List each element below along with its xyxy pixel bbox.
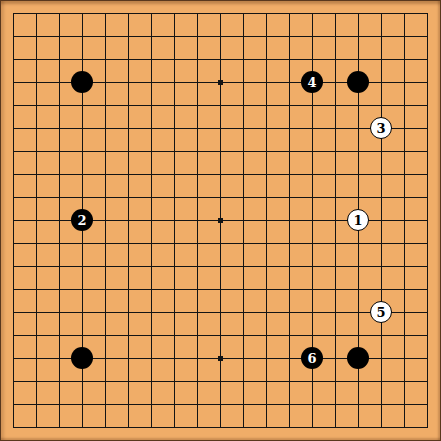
intersection bbox=[370, 278, 393, 301]
intersection bbox=[370, 71, 393, 94]
intersection bbox=[347, 301, 370, 324]
intersection bbox=[186, 71, 209, 94]
intersection: 1 bbox=[347, 209, 370, 232]
intersection bbox=[140, 209, 163, 232]
intersection bbox=[2, 48, 25, 71]
intersection bbox=[393, 94, 416, 117]
intersection bbox=[94, 278, 117, 301]
intersection bbox=[2, 2, 25, 25]
intersection bbox=[301, 117, 324, 140]
intersection bbox=[209, 324, 232, 347]
intersection bbox=[71, 48, 94, 71]
intersection bbox=[2, 25, 25, 48]
intersection bbox=[347, 232, 370, 255]
intersection bbox=[140, 163, 163, 186]
go-board: 432156 bbox=[0, 0, 441, 441]
intersection bbox=[255, 2, 278, 25]
intersection bbox=[186, 209, 209, 232]
intersection bbox=[209, 255, 232, 278]
intersection bbox=[301, 48, 324, 71]
intersection bbox=[163, 186, 186, 209]
intersection bbox=[232, 324, 255, 347]
intersection bbox=[186, 416, 209, 439]
intersection bbox=[278, 393, 301, 416]
intersection bbox=[117, 2, 140, 25]
intersection bbox=[140, 370, 163, 393]
intersection bbox=[117, 255, 140, 278]
intersection bbox=[117, 232, 140, 255]
intersection bbox=[71, 117, 94, 140]
intersection bbox=[163, 25, 186, 48]
intersection bbox=[163, 209, 186, 232]
intersection bbox=[140, 278, 163, 301]
intersection bbox=[94, 94, 117, 117]
intersection: 4 bbox=[301, 71, 324, 94]
intersection bbox=[209, 140, 232, 163]
intersection bbox=[25, 232, 48, 255]
intersection bbox=[117, 209, 140, 232]
intersection bbox=[255, 209, 278, 232]
intersection bbox=[301, 25, 324, 48]
intersection bbox=[255, 278, 278, 301]
intersection bbox=[25, 48, 48, 71]
intersection bbox=[2, 370, 25, 393]
intersection bbox=[163, 347, 186, 370]
intersection bbox=[2, 186, 25, 209]
intersection bbox=[48, 25, 71, 48]
intersection bbox=[416, 186, 439, 209]
intersection bbox=[232, 209, 255, 232]
intersection bbox=[48, 324, 71, 347]
intersection bbox=[25, 416, 48, 439]
intersection bbox=[25, 117, 48, 140]
intersection bbox=[232, 48, 255, 71]
intersection bbox=[347, 278, 370, 301]
intersection bbox=[48, 94, 71, 117]
intersection bbox=[416, 25, 439, 48]
intersection bbox=[347, 393, 370, 416]
intersection bbox=[209, 25, 232, 48]
intersection bbox=[232, 393, 255, 416]
intersection bbox=[140, 48, 163, 71]
intersection bbox=[71, 301, 94, 324]
intersection bbox=[71, 94, 94, 117]
intersection bbox=[324, 140, 347, 163]
intersection bbox=[94, 2, 117, 25]
intersection bbox=[71, 278, 94, 301]
intersection bbox=[48, 232, 71, 255]
intersection bbox=[416, 2, 439, 25]
intersection bbox=[71, 370, 94, 393]
intersection bbox=[2, 140, 25, 163]
intersection bbox=[416, 301, 439, 324]
move-number-label: 4 bbox=[307, 76, 316, 89]
intersection bbox=[209, 2, 232, 25]
intersection bbox=[255, 94, 278, 117]
intersection bbox=[209, 48, 232, 71]
intersection bbox=[140, 232, 163, 255]
intersection bbox=[71, 2, 94, 25]
intersection bbox=[186, 347, 209, 370]
intersection bbox=[278, 94, 301, 117]
intersection bbox=[209, 370, 232, 393]
intersection bbox=[48, 370, 71, 393]
intersection bbox=[163, 278, 186, 301]
intersection bbox=[278, 324, 301, 347]
intersection bbox=[2, 163, 25, 186]
intersection bbox=[278, 2, 301, 25]
intersection bbox=[209, 186, 232, 209]
intersection bbox=[163, 393, 186, 416]
intersection bbox=[94, 48, 117, 71]
intersection bbox=[416, 71, 439, 94]
intersection bbox=[209, 301, 232, 324]
intersection bbox=[117, 278, 140, 301]
intersection bbox=[370, 2, 393, 25]
intersection bbox=[370, 370, 393, 393]
intersection bbox=[25, 25, 48, 48]
intersection: 2 bbox=[71, 209, 94, 232]
intersection bbox=[232, 117, 255, 140]
intersection bbox=[324, 278, 347, 301]
intersection bbox=[393, 71, 416, 94]
intersection bbox=[94, 255, 117, 278]
intersection bbox=[25, 186, 48, 209]
intersection bbox=[416, 370, 439, 393]
intersection bbox=[393, 25, 416, 48]
intersection bbox=[232, 2, 255, 25]
intersection bbox=[278, 278, 301, 301]
intersection bbox=[255, 48, 278, 71]
intersection bbox=[117, 301, 140, 324]
intersection bbox=[71, 393, 94, 416]
intersection bbox=[186, 163, 209, 186]
intersection bbox=[48, 347, 71, 370]
intersection bbox=[393, 416, 416, 439]
intersection bbox=[2, 209, 25, 232]
intersection bbox=[186, 393, 209, 416]
intersection bbox=[324, 2, 347, 25]
intersection bbox=[416, 140, 439, 163]
intersection bbox=[94, 324, 117, 347]
intersection bbox=[370, 393, 393, 416]
intersection bbox=[416, 347, 439, 370]
intersection bbox=[48, 48, 71, 71]
intersection bbox=[301, 255, 324, 278]
intersection bbox=[2, 278, 25, 301]
intersection bbox=[370, 163, 393, 186]
intersection bbox=[232, 278, 255, 301]
intersection bbox=[301, 324, 324, 347]
intersection bbox=[232, 163, 255, 186]
intersection bbox=[324, 416, 347, 439]
intersection bbox=[255, 301, 278, 324]
intersection bbox=[209, 416, 232, 439]
intersection bbox=[416, 117, 439, 140]
intersection bbox=[117, 117, 140, 140]
move-number-label: 1 bbox=[353, 214, 362, 227]
intersection bbox=[278, 347, 301, 370]
intersection bbox=[232, 416, 255, 439]
intersection bbox=[209, 278, 232, 301]
intersection bbox=[71, 25, 94, 48]
intersection bbox=[255, 186, 278, 209]
intersection bbox=[117, 163, 140, 186]
intersection bbox=[255, 232, 278, 255]
intersection bbox=[255, 117, 278, 140]
intersection bbox=[2, 347, 25, 370]
intersection bbox=[163, 232, 186, 255]
intersection bbox=[94, 393, 117, 416]
intersection bbox=[278, 48, 301, 71]
intersection bbox=[393, 2, 416, 25]
intersection bbox=[71, 163, 94, 186]
intersection bbox=[393, 278, 416, 301]
intersection bbox=[163, 140, 186, 163]
intersection bbox=[416, 416, 439, 439]
intersection bbox=[370, 48, 393, 71]
intersection bbox=[25, 301, 48, 324]
intersection bbox=[324, 25, 347, 48]
intersection bbox=[71, 232, 94, 255]
intersection bbox=[2, 416, 25, 439]
intersection bbox=[324, 301, 347, 324]
intersection bbox=[163, 2, 186, 25]
intersection bbox=[117, 186, 140, 209]
intersection bbox=[370, 255, 393, 278]
intersection bbox=[71, 347, 94, 370]
intersection bbox=[186, 278, 209, 301]
intersection bbox=[71, 324, 94, 347]
intersection bbox=[117, 48, 140, 71]
intersection bbox=[278, 25, 301, 48]
intersection bbox=[347, 416, 370, 439]
intersection bbox=[140, 324, 163, 347]
intersection bbox=[347, 163, 370, 186]
intersection bbox=[301, 2, 324, 25]
stone-white-move-1: 1 bbox=[347, 209, 369, 231]
intersection bbox=[324, 347, 347, 370]
intersection bbox=[2, 301, 25, 324]
intersection bbox=[94, 209, 117, 232]
intersection bbox=[2, 255, 25, 278]
intersections-grid: 432156 bbox=[2, 2, 439, 439]
intersection bbox=[324, 94, 347, 117]
intersection bbox=[163, 48, 186, 71]
intersection bbox=[163, 301, 186, 324]
intersection bbox=[278, 163, 301, 186]
intersection bbox=[140, 186, 163, 209]
move-number-label: 6 bbox=[307, 352, 316, 365]
intersection bbox=[347, 48, 370, 71]
intersection bbox=[278, 232, 301, 255]
intersection bbox=[393, 255, 416, 278]
intersection bbox=[140, 301, 163, 324]
intersection bbox=[370, 186, 393, 209]
intersection bbox=[209, 94, 232, 117]
intersection bbox=[117, 370, 140, 393]
intersection bbox=[324, 71, 347, 94]
intersection bbox=[278, 209, 301, 232]
move-number-label: 3 bbox=[376, 122, 385, 135]
intersection bbox=[94, 25, 117, 48]
intersection bbox=[2, 393, 25, 416]
intersection bbox=[163, 255, 186, 278]
intersection bbox=[232, 140, 255, 163]
intersection bbox=[25, 94, 48, 117]
intersection bbox=[393, 301, 416, 324]
intersection bbox=[393, 393, 416, 416]
intersection bbox=[25, 370, 48, 393]
intersection bbox=[25, 71, 48, 94]
intersection bbox=[186, 117, 209, 140]
intersection bbox=[393, 140, 416, 163]
intersection bbox=[347, 186, 370, 209]
intersection bbox=[393, 232, 416, 255]
stone-white-move-3: 3 bbox=[370, 117, 392, 139]
intersection bbox=[416, 232, 439, 255]
intersection bbox=[347, 347, 370, 370]
intersection bbox=[347, 117, 370, 140]
intersection bbox=[324, 324, 347, 347]
intersection bbox=[416, 209, 439, 232]
intersection bbox=[25, 209, 48, 232]
stone-black bbox=[71, 347, 93, 369]
intersection bbox=[324, 163, 347, 186]
intersection bbox=[301, 209, 324, 232]
stone-black-move-2: 2 bbox=[71, 209, 93, 231]
intersection bbox=[117, 25, 140, 48]
move-number-label: 5 bbox=[376, 306, 385, 319]
intersection bbox=[370, 347, 393, 370]
stone-black-move-4: 4 bbox=[301, 71, 323, 93]
stone-black-move-6: 6 bbox=[301, 347, 323, 369]
intersection bbox=[186, 324, 209, 347]
intersection bbox=[94, 71, 117, 94]
intersection bbox=[209, 393, 232, 416]
intersection bbox=[163, 324, 186, 347]
intersection bbox=[301, 94, 324, 117]
intersection bbox=[324, 232, 347, 255]
intersection bbox=[48, 117, 71, 140]
intersection bbox=[25, 324, 48, 347]
intersection bbox=[416, 255, 439, 278]
intersection bbox=[140, 416, 163, 439]
stone-black bbox=[347, 347, 369, 369]
intersection bbox=[94, 416, 117, 439]
hoshi-point bbox=[218, 356, 223, 361]
intersection bbox=[94, 232, 117, 255]
intersection bbox=[94, 370, 117, 393]
intersection: 5 bbox=[370, 301, 393, 324]
intersection bbox=[140, 347, 163, 370]
intersection bbox=[117, 140, 140, 163]
intersection bbox=[301, 278, 324, 301]
intersection bbox=[25, 347, 48, 370]
intersection bbox=[186, 48, 209, 71]
intersection bbox=[232, 370, 255, 393]
intersection bbox=[209, 209, 232, 232]
intersection bbox=[370, 232, 393, 255]
intersection bbox=[232, 347, 255, 370]
intersection bbox=[186, 25, 209, 48]
intersection bbox=[25, 255, 48, 278]
stone-white-move-5: 5 bbox=[370, 301, 392, 323]
intersection bbox=[278, 416, 301, 439]
intersection bbox=[71, 416, 94, 439]
intersection bbox=[232, 301, 255, 324]
intersection bbox=[416, 393, 439, 416]
intersection bbox=[25, 278, 48, 301]
intersection bbox=[301, 416, 324, 439]
intersection bbox=[370, 25, 393, 48]
intersection bbox=[255, 324, 278, 347]
intersection bbox=[71, 140, 94, 163]
intersection bbox=[209, 117, 232, 140]
intersection: 6 bbox=[301, 347, 324, 370]
intersection bbox=[347, 324, 370, 347]
intersection bbox=[94, 163, 117, 186]
intersection bbox=[2, 324, 25, 347]
intersection bbox=[25, 393, 48, 416]
intersection bbox=[301, 370, 324, 393]
intersection bbox=[347, 71, 370, 94]
intersection bbox=[48, 140, 71, 163]
intersection bbox=[255, 347, 278, 370]
intersection bbox=[117, 71, 140, 94]
intersection bbox=[2, 94, 25, 117]
intersection bbox=[71, 255, 94, 278]
intersection bbox=[2, 117, 25, 140]
intersection bbox=[370, 416, 393, 439]
intersection bbox=[255, 25, 278, 48]
intersection bbox=[347, 2, 370, 25]
intersection bbox=[94, 140, 117, 163]
intersection bbox=[140, 255, 163, 278]
intersection bbox=[232, 186, 255, 209]
intersection bbox=[94, 301, 117, 324]
intersection bbox=[278, 117, 301, 140]
intersection bbox=[301, 393, 324, 416]
intersection bbox=[186, 2, 209, 25]
intersection bbox=[393, 209, 416, 232]
intersection bbox=[163, 163, 186, 186]
intersection bbox=[48, 278, 71, 301]
intersection bbox=[117, 347, 140, 370]
intersection bbox=[163, 370, 186, 393]
intersection bbox=[324, 186, 347, 209]
intersection bbox=[301, 301, 324, 324]
intersection bbox=[416, 324, 439, 347]
intersection bbox=[163, 94, 186, 117]
intersection bbox=[186, 94, 209, 117]
intersection bbox=[2, 71, 25, 94]
hoshi-point bbox=[218, 80, 223, 85]
intersection bbox=[232, 94, 255, 117]
intersection bbox=[416, 278, 439, 301]
intersection bbox=[209, 71, 232, 94]
intersection bbox=[278, 140, 301, 163]
intersection bbox=[186, 255, 209, 278]
intersection bbox=[278, 255, 301, 278]
intersection bbox=[393, 324, 416, 347]
intersection bbox=[25, 163, 48, 186]
intersection bbox=[347, 255, 370, 278]
intersection bbox=[163, 117, 186, 140]
intersection bbox=[48, 301, 71, 324]
intersection bbox=[301, 140, 324, 163]
intersection bbox=[393, 370, 416, 393]
